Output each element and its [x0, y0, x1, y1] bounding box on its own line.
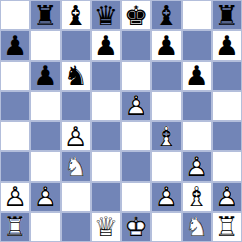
piece-black-pawn[interactable]: ♟ [94, 32, 118, 59]
square-b8[interactable]: ♜ [30, 0, 60, 30]
square-b1[interactable] [30, 212, 60, 242]
square-g5[interactable] [182, 91, 212, 121]
square-a6[interactable] [0, 61, 30, 91]
square-d4[interactable] [91, 121, 121, 151]
square-b5[interactable] [30, 91, 60, 121]
piece-white-pawn[interactable]: ♟♙ [154, 183, 178, 210]
square-d3[interactable] [91, 151, 121, 181]
square-f6[interactable] [151, 61, 181, 91]
square-g7[interactable] [182, 30, 212, 60]
piece-black-pawn[interactable]: ♟ [33, 62, 57, 89]
piece-white-knight[interactable]: ♞♘ [185, 213, 209, 240]
square-g4[interactable] [182, 121, 212, 151]
piece-black-pawn[interactable]: ♟ [154, 32, 178, 59]
square-c5[interactable] [61, 91, 91, 121]
square-b6[interactable]: ♟ [30, 61, 60, 91]
white-piece-outline: ♖ [3, 211, 27, 242]
square-h5[interactable] [212, 91, 242, 121]
square-d6[interactable] [91, 61, 121, 91]
white-piece-outline: ♙ [215, 181, 239, 212]
square-a5[interactable] [0, 91, 30, 121]
piece-black-king[interactable]: ♚ [124, 2, 148, 29]
white-piece-outline: ♙ [33, 181, 57, 212]
white-piece-outline: ♗ [154, 121, 178, 152]
square-e7[interactable] [121, 30, 151, 60]
piece-white-bishop[interactable]: ♝♗ [185, 183, 209, 210]
square-g1[interactable]: ♞♘ [182, 212, 212, 242]
white-piece-outline: ♔ [124, 211, 148, 242]
square-e5[interactable]: ♟♙ [121, 91, 151, 121]
piece-white-knight[interactable]: ♞♘ [64, 153, 88, 180]
square-d1[interactable]: ♛♕ [91, 212, 121, 242]
square-h6[interactable] [212, 61, 242, 91]
piece-black-rook[interactable]: ♜ [33, 2, 57, 29]
piece-white-pawn[interactable]: ♟♙ [124, 92, 148, 119]
piece-white-king[interactable]: ♚♔ [124, 213, 148, 240]
piece-white-pawn[interactable]: ♟♙ [64, 123, 88, 150]
square-g6[interactable]: ♟ [182, 61, 212, 91]
square-a1[interactable]: ♜♖ [0, 212, 30, 242]
square-c8[interactable]: ♝ [61, 0, 91, 30]
square-f2[interactable]: ♟♙ [151, 182, 181, 212]
piece-black-pawn[interactable]: ♟ [185, 62, 209, 89]
square-h8[interactable]: ♜ [212, 0, 242, 30]
piece-white-bishop[interactable]: ♝♗ [154, 123, 178, 150]
square-g3[interactable]: ♟♙ [182, 151, 212, 181]
white-piece-outline: ♘ [64, 151, 88, 182]
square-b2[interactable]: ♟♙ [30, 182, 60, 212]
square-d8[interactable]: ♛ [91, 0, 121, 30]
square-f5[interactable] [151, 91, 181, 121]
square-d7[interactable]: ♟ [91, 30, 121, 60]
piece-white-pawn[interactable]: ♟♙ [33, 183, 57, 210]
white-piece-outline: ♙ [3, 181, 27, 212]
piece-black-pawn[interactable]: ♟ [215, 32, 239, 59]
square-d5[interactable] [91, 91, 121, 121]
piece-white-rook[interactable]: ♜♖ [215, 213, 239, 240]
square-g2[interactable]: ♝♗ [182, 182, 212, 212]
square-f4[interactable]: ♝♗ [151, 121, 181, 151]
square-c6[interactable]: ♞ [61, 61, 91, 91]
white-piece-outline: ♙ [124, 90, 148, 121]
square-a2[interactable]: ♟♙ [0, 182, 30, 212]
square-e4[interactable] [121, 121, 151, 151]
square-h2[interactable]: ♟♙ [212, 182, 242, 212]
square-a3[interactable] [0, 151, 30, 181]
piece-black-bishop[interactable]: ♝ [64, 2, 88, 29]
square-d2[interactable] [91, 182, 121, 212]
piece-white-rook[interactable]: ♜♖ [3, 213, 27, 240]
piece-white-pawn[interactable]: ♟♙ [3, 183, 27, 210]
piece-black-bishop[interactable]: ♝ [154, 2, 178, 29]
square-e6[interactable] [121, 61, 151, 91]
square-c3[interactable]: ♞♘ [61, 151, 91, 181]
piece-black-queen[interactable]: ♛ [94, 2, 118, 29]
square-c4[interactable]: ♟♙ [61, 121, 91, 151]
square-h1[interactable]: ♜♖ [212, 212, 242, 242]
square-f1[interactable] [151, 212, 181, 242]
square-e3[interactable] [121, 151, 151, 181]
square-b3[interactable] [30, 151, 60, 181]
chess-board: ♜♝♛♚♝♜♟♟♟♟♟♞♟♟♙♟♙♝♗♞♘♟♙♟♙♟♙♟♙♝♗♟♙♜♖♛♕♚♔♞… [0, 0, 242, 242]
square-e8[interactable]: ♚ [121, 0, 151, 30]
square-f3[interactable] [151, 151, 181, 181]
square-g8[interactable] [182, 0, 212, 30]
white-piece-outline: ♘ [185, 211, 209, 242]
square-c2[interactable] [61, 182, 91, 212]
square-e2[interactable] [121, 182, 151, 212]
square-a7[interactable]: ♟ [0, 30, 30, 60]
square-h3[interactable] [212, 151, 242, 181]
square-h4[interactable] [212, 121, 242, 151]
square-b4[interactable] [30, 121, 60, 151]
piece-white-pawn[interactable]: ♟♙ [215, 183, 239, 210]
piece-white-pawn[interactable]: ♟♙ [185, 153, 209, 180]
piece-black-pawn[interactable]: ♟ [3, 32, 27, 59]
square-f8[interactable]: ♝ [151, 0, 181, 30]
white-piece-outline: ♙ [154, 181, 178, 212]
white-piece-outline: ♖ [215, 211, 239, 242]
square-c1[interactable] [61, 212, 91, 242]
square-f7[interactable]: ♟ [151, 30, 181, 60]
piece-white-queen[interactable]: ♛♕ [94, 213, 118, 240]
piece-black-rook[interactable]: ♜ [215, 2, 239, 29]
square-b7[interactable] [30, 30, 60, 60]
square-c7[interactable] [61, 30, 91, 60]
white-piece-outline: ♗ [185, 181, 209, 212]
piece-black-knight[interactable]: ♞ [64, 62, 88, 89]
square-e1[interactable]: ♚♔ [121, 212, 151, 242]
square-a8[interactable] [0, 0, 30, 30]
white-piece-outline: ♙ [64, 121, 88, 152]
white-piece-outline: ♕ [94, 211, 118, 242]
white-piece-outline: ♙ [185, 151, 209, 182]
square-a4[interactable] [0, 121, 30, 151]
square-h7[interactable]: ♟ [212, 30, 242, 60]
